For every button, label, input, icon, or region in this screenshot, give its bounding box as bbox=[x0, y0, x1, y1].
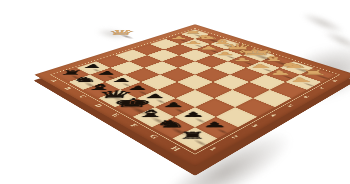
piece-white-pawn[interactable]: ♟ bbox=[277, 77, 323, 83]
piece-white-queen-extra[interactable]: ♛ bbox=[103, 29, 140, 35]
piece-black-pawn[interactable]: ♟ bbox=[70, 64, 113, 69]
piece-black-knight[interactable]: ♞ bbox=[144, 119, 197, 129]
piece-white-rook[interactable]: ♜ bbox=[291, 69, 337, 76]
piece-black-rook[interactable]: ♜ bbox=[165, 130, 220, 140]
piece-black-bishop[interactable]: ♝ bbox=[125, 108, 177, 118]
chess-board: ABCDEFGH12345678 ♜♞♝♛♚♝♞♜♟♟♟♟♟♟♟♟♟♟♟♟♟♟♟… bbox=[34, 24, 350, 167]
product-photo-scene: ABCDEFGH12345678 ♜♞♝♛♚♝♞♜♟♟♟♟♟♟♟♟♟♟♟♟♟♟♟… bbox=[0, 0, 350, 184]
